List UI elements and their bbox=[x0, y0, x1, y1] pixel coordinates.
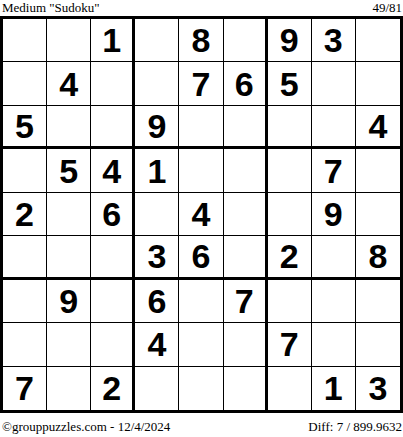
cell-r2c9[interactable] bbox=[356, 62, 400, 105]
cell-r7c3[interactable] bbox=[91, 280, 135, 323]
cell-r5c6[interactable] bbox=[224, 193, 268, 236]
difficulty-text: Diff: 7 / 899.9632 bbox=[308, 420, 402, 434]
cell-r4c1[interactable] bbox=[3, 149, 47, 192]
cell-r5c4[interactable] bbox=[135, 193, 179, 236]
cell-r9c1: 7 bbox=[3, 367, 47, 410]
cell-r9c7[interactable] bbox=[268, 367, 312, 410]
cell-r4c4: 1 bbox=[135, 149, 179, 192]
cell-r1c4[interactable] bbox=[135, 19, 179, 62]
progress-counter: 49/81 bbox=[372, 1, 402, 15]
cell-r5c5: 4 bbox=[179, 193, 223, 236]
cell-r3c7[interactable] bbox=[268, 106, 312, 149]
cell-r1c3: 1 bbox=[91, 19, 135, 62]
cell-r3c9: 4 bbox=[356, 106, 400, 149]
cell-r1c7: 9 bbox=[268, 19, 312, 62]
cell-r4c9[interactable] bbox=[356, 149, 400, 192]
cell-r1c8: 3 bbox=[312, 19, 356, 62]
cell-r6c6[interactable] bbox=[224, 236, 268, 279]
cell-r9c2[interactable] bbox=[47, 367, 91, 410]
cell-r9c9: 3 bbox=[356, 367, 400, 410]
cell-r7c6: 7 bbox=[224, 280, 268, 323]
cell-r8c3[interactable] bbox=[91, 323, 135, 366]
cell-r3c4: 9 bbox=[135, 106, 179, 149]
cell-r7c9[interactable] bbox=[356, 280, 400, 323]
cell-r6c4: 3 bbox=[135, 236, 179, 279]
cell-r2c3[interactable] bbox=[91, 62, 135, 105]
cell-r7c4: 6 bbox=[135, 280, 179, 323]
cell-r1c1[interactable] bbox=[3, 19, 47, 62]
cell-r1c9[interactable] bbox=[356, 19, 400, 62]
puzzle-title: Medium "Sudoku" bbox=[2, 1, 100, 15]
sudoku-board: 18934765594541726493628967477213 bbox=[0, 16, 403, 413]
cell-r6c9: 8 bbox=[356, 236, 400, 279]
cell-r2c2: 4 bbox=[47, 62, 91, 105]
cell-r4c3: 4 bbox=[91, 149, 135, 192]
cell-r8c4: 4 bbox=[135, 323, 179, 366]
cell-r1c5: 8 bbox=[179, 19, 223, 62]
sudoku-page: Medium "Sudoku" 49/81 189347655945417264… bbox=[0, 0, 403, 437]
cell-r3c1: 5 bbox=[3, 106, 47, 149]
cell-r4c7[interactable] bbox=[268, 149, 312, 192]
cell-r7c1[interactable] bbox=[3, 280, 47, 323]
cell-r2c1[interactable] bbox=[3, 62, 47, 105]
cell-r9c8: 1 bbox=[312, 367, 356, 410]
cell-r6c7: 2 bbox=[268, 236, 312, 279]
cell-r7c7[interactable] bbox=[268, 280, 312, 323]
cell-r4c2: 5 bbox=[47, 149, 91, 192]
cell-r9c3: 2 bbox=[91, 367, 135, 410]
cell-r3c3[interactable] bbox=[91, 106, 135, 149]
cell-r8c8[interactable] bbox=[312, 323, 356, 366]
cell-r4c5[interactable] bbox=[179, 149, 223, 192]
cell-r2c6: 6 bbox=[224, 62, 268, 105]
cell-r4c8: 7 bbox=[312, 149, 356, 192]
cell-r2c8[interactable] bbox=[312, 62, 356, 105]
cell-r1c2[interactable] bbox=[47, 19, 91, 62]
cell-r5c9[interactable] bbox=[356, 193, 400, 236]
cell-r6c5: 6 bbox=[179, 236, 223, 279]
cell-r1c6[interactable] bbox=[224, 19, 268, 62]
cell-r9c4[interactable] bbox=[135, 367, 179, 410]
cell-r6c2[interactable] bbox=[47, 236, 91, 279]
cell-r5c8: 9 bbox=[312, 193, 356, 236]
cell-r2c5: 7 bbox=[179, 62, 223, 105]
cell-r3c6[interactable] bbox=[224, 106, 268, 149]
cell-r2c4[interactable] bbox=[135, 62, 179, 105]
cell-r9c5[interactable] bbox=[179, 367, 223, 410]
cell-r5c3: 6 bbox=[91, 193, 135, 236]
cell-r3c2[interactable] bbox=[47, 106, 91, 149]
cell-r7c2: 9 bbox=[47, 280, 91, 323]
cell-r8c1[interactable] bbox=[3, 323, 47, 366]
cell-r6c3[interactable] bbox=[91, 236, 135, 279]
cell-r8c6[interactable] bbox=[224, 323, 268, 366]
cell-r9c6[interactable] bbox=[224, 367, 268, 410]
cell-r6c8[interactable] bbox=[312, 236, 356, 279]
cell-r7c5[interactable] bbox=[179, 280, 223, 323]
cell-r5c7[interactable] bbox=[268, 193, 312, 236]
cell-r7c8[interactable] bbox=[312, 280, 356, 323]
cell-r6c1[interactable] bbox=[3, 236, 47, 279]
cell-r5c1: 2 bbox=[3, 193, 47, 236]
cell-r8c7: 7 bbox=[268, 323, 312, 366]
page-header: Medium "Sudoku" 49/81 bbox=[0, 0, 403, 16]
page-footer: ©grouppuzzles.com - 12/4/2024 Diff: 7 / … bbox=[0, 413, 403, 437]
cell-r3c8[interactable] bbox=[312, 106, 356, 149]
cell-r8c2[interactable] bbox=[47, 323, 91, 366]
cell-r5c2[interactable] bbox=[47, 193, 91, 236]
copyright-text: ©grouppuzzles.com - 12/4/2024 bbox=[2, 420, 170, 434]
cell-r3c5[interactable] bbox=[179, 106, 223, 149]
cell-r8c9[interactable] bbox=[356, 323, 400, 366]
cell-r2c7: 5 bbox=[268, 62, 312, 105]
cell-r4c6[interactable] bbox=[224, 149, 268, 192]
cell-r8c5[interactable] bbox=[179, 323, 223, 366]
